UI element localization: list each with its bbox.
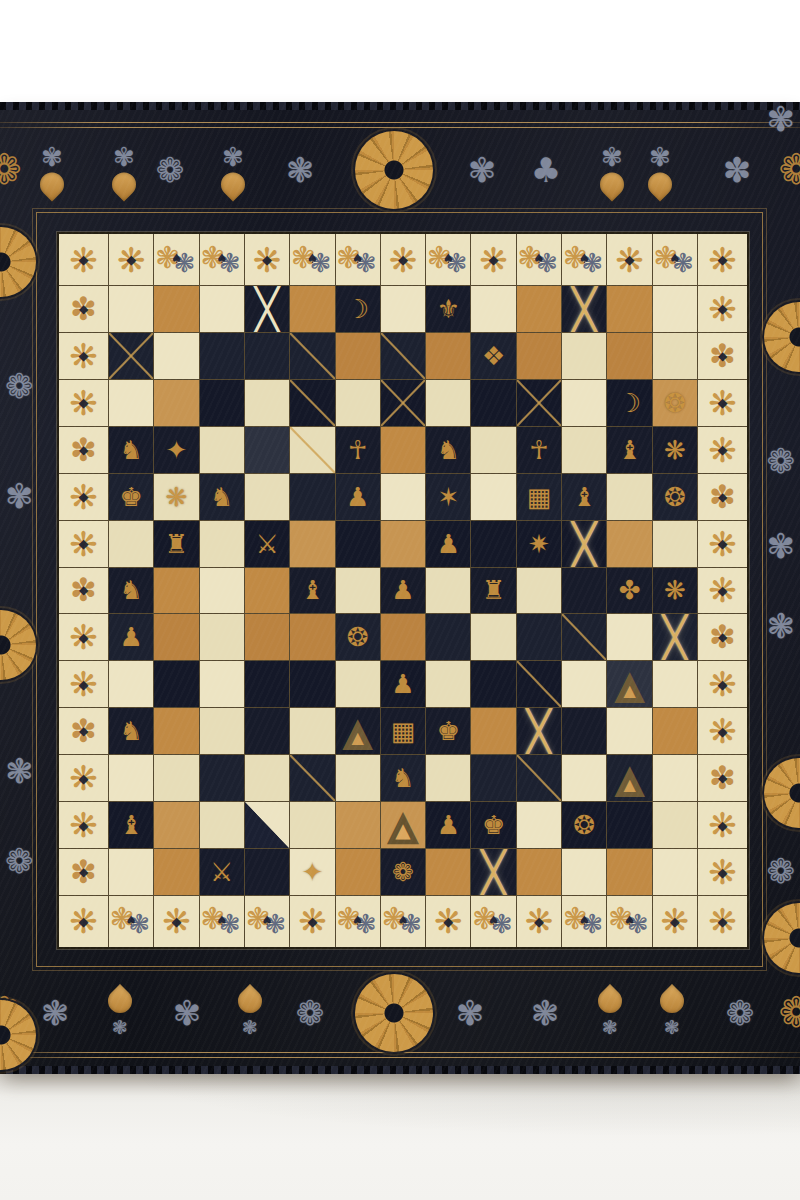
cell-motif-glyph: ♞ <box>119 577 142 603</box>
board-cell-r7c4 <box>245 568 289 614</box>
tile-motif-glyph: ◆ <box>718 772 727 784</box>
cell-motif-glyph: ╳ <box>663 617 687 657</box>
tile-motif-glyph: ◆ <box>79 349 89 362</box>
silver-motif-glyph: ❁ <box>767 854 796 888</box>
border-tile-top-9: ❃❃♠ <box>426 234 470 285</box>
silver-motif-glyph: ✾ <box>173 996 202 1030</box>
board-cell-r7c2 <box>154 568 198 614</box>
board-cell-r11c11 <box>562 755 606 801</box>
board-cell-r9c12: ▲▲ <box>607 661 651 707</box>
tile-motif-glyph: ♠ <box>307 252 319 265</box>
board-cell-r5c3: ♞ <box>200 474 244 520</box>
border-tile-bottom-5: ❃❃♠ <box>245 896 289 947</box>
cell-motif-glyph: ⚔ <box>210 859 233 885</box>
tile-motif-glyph: ♠ <box>261 914 273 927</box>
ornament-rosette <box>355 131 433 209</box>
tile-motif-glyph: ◆ <box>625 253 635 266</box>
silver-spray-glyph: ✾ <box>601 144 623 170</box>
tile-motif-glyph: ♠ <box>216 914 228 927</box>
board-cell-r3c1 <box>109 380 153 426</box>
tile-motif-glyph: ◆ <box>443 915 453 928</box>
board-cell-r10c7: ▦ <box>381 708 425 754</box>
silver-motif-glyph: ✾ <box>767 529 796 563</box>
board-cell-r1c12 <box>607 286 651 332</box>
gold-teardrop-shape <box>103 984 137 1018</box>
border-tile-right-13: ❋◆ <box>698 849 747 895</box>
tile-motif-glyph: ◆ <box>79 725 88 737</box>
board-cell-r12c9: ♚ <box>471 802 515 848</box>
ornament-drop: ❃ <box>598 989 622 1037</box>
cell-motif-glyph: ♞ <box>119 718 142 744</box>
silver-motif-glyph: ♣ <box>531 153 561 187</box>
silver-motif-glyph: ❃ <box>767 609 796 643</box>
board-cell-r9c9 <box>471 661 515 707</box>
ornament-silver: ♣ <box>531 153 561 187</box>
cell-motif-glyph: ♞ <box>119 437 142 463</box>
board-cell-r2c13 <box>653 333 697 379</box>
ornament-rosette <box>0 610 36 680</box>
board-cell-r7c3 <box>200 568 244 614</box>
board-cell-r12c4 <box>245 802 289 848</box>
cell-motif-glyph: ♚ <box>482 812 505 838</box>
border-tile-bottom-6: ❋◆ <box>290 896 334 947</box>
board-cell-r1c9 <box>471 286 515 332</box>
board-cell-r13c7: ❁ <box>381 849 425 895</box>
tile-motif-glyph: ◆ <box>718 302 728 315</box>
board-cell-r12c11: ❂ <box>562 802 606 848</box>
board-cell-r4c10: ☥ <box>517 427 561 473</box>
board-cell-r9c13 <box>653 661 697 707</box>
board-cell-r6c11: ╳ <box>562 521 606 567</box>
tile-motif-glyph: ♠ <box>352 914 364 927</box>
board-cell-r7c7: ♟ <box>381 568 425 614</box>
tile-motif-glyph: ◆ <box>307 915 317 928</box>
board-cell-r12c13 <box>653 802 697 848</box>
board-cell-r1c11: ╳ <box>562 286 606 332</box>
triangle-highlight: ▲ <box>352 730 364 746</box>
board-cell-r12c2 <box>154 802 198 848</box>
board-cell-r5c8: ✶ <box>426 474 470 520</box>
border-tile-top-1: ❋◆ <box>59 234 108 285</box>
board-cell-r7c1: ♞ <box>109 568 153 614</box>
border-tile-bottom-2: ❃❃♠ <box>109 896 153 947</box>
border-tile-right-6: ❋◆ <box>698 521 747 567</box>
ornament-rosette <box>764 758 800 828</box>
board-cell-r4c11 <box>562 427 606 473</box>
tile-motif-glyph: ◆ <box>718 396 728 409</box>
tile-motif-glyph: ◆ <box>79 537 89 550</box>
fabric-ruffle-top <box>0 102 800 110</box>
cell-motif-glyph: ♝ <box>119 812 142 838</box>
border-tile-bottom-12: ❃❃♠ <box>562 896 606 947</box>
tile-motif-glyph: ◆ <box>79 915 89 928</box>
board-cell-r2c2 <box>154 333 198 379</box>
silver-motif-glyph: ❁ <box>296 996 325 1030</box>
board-cell-r13c8 <box>426 849 470 895</box>
border-tile-top-4: ❃❃♠ <box>200 234 244 285</box>
tile-motif-glyph: ♠ <box>488 914 500 927</box>
board-cell-r11c7: ♞ <box>381 755 425 801</box>
board-cell-r7c12: ✤ <box>607 568 651 614</box>
tile-motif-glyph: ◆ <box>534 915 544 928</box>
board-cell-r10c10: ╳ <box>517 708 561 754</box>
board-cell-r5c11: ♝ <box>562 474 606 520</box>
tile-motif-glyph: ◆ <box>79 396 89 409</box>
tile-motif-glyph: ♠ <box>533 252 545 265</box>
tile-motif-glyph: ♠ <box>669 252 681 265</box>
board-cell-r4c13: ❋ <box>653 427 697 473</box>
board-cell-r2c3 <box>200 333 244 379</box>
ornament-rosette <box>0 227 36 297</box>
tile-motif-glyph: ◆ <box>489 253 499 266</box>
board-cell-r3c7 <box>381 380 425 426</box>
border-tile-bottom-13: ❃❃♠ <box>607 896 651 947</box>
board-cell-r1c2 <box>154 286 198 332</box>
board-cell-r7c5: ♝ <box>290 568 334 614</box>
cell-motif-glyph: ♝ <box>573 484 596 510</box>
board-cell-r8c11 <box>562 614 606 660</box>
board-cell-r13c5: ✦ <box>290 849 334 895</box>
cell-motif-glyph: ❂ <box>573 812 595 838</box>
tile-motif-glyph: ◆ <box>126 253 136 266</box>
border-tile-left-1: ✽◆ <box>59 286 108 332</box>
silver-motif-glyph: ❁ <box>726 996 755 1030</box>
board-cell-r1c7 <box>381 286 425 332</box>
board-cell-r12c5 <box>290 802 334 848</box>
board-cell-r3c5 <box>290 380 334 426</box>
triangle-highlight: ▲ <box>623 777 635 793</box>
board-cell-r6c7 <box>381 521 425 567</box>
triangle-highlight: ▲ <box>623 683 635 699</box>
ornament-rosette <box>355 974 433 1052</box>
ornament-margin-right: ✾❁✾❃❁ <box>754 102 800 1074</box>
cell-motif-glyph: ❋ <box>664 437 686 463</box>
border-tile-right-1: ❋◆ <box>698 286 747 332</box>
board-cell-r6c6 <box>336 521 380 567</box>
board-cell-r3c12: ☽ <box>607 380 651 426</box>
gold-acorn-shape <box>643 168 677 202</box>
tile-motif-glyph: ◆ <box>718 678 728 691</box>
board-cell-r4c1: ♞ <box>109 427 153 473</box>
board-cell-r9c6 <box>336 661 380 707</box>
board-cell-r1c1 <box>109 286 153 332</box>
cell-motif-glyph: ♟ <box>437 531 460 557</box>
border-tile-left-13: ✽◆ <box>59 849 108 895</box>
board-cell-r8c9 <box>471 614 515 660</box>
border-tile-left-8: ❋◆ <box>59 614 108 660</box>
game-board: ❋◆❋◆❃❃♠❃❃♠❋◆❃❃♠❃❃♠❋◆❃❃♠❋◆❃❃♠❃❃♠❋◆❃❃♠❋◆✽◆… <box>57 232 749 949</box>
cell-motif-glyph: ♞ <box>210 484 233 510</box>
board-cell-r11c1 <box>109 755 153 801</box>
silver-motif-glyph: ✽ <box>723 153 752 187</box>
ornament-silver: ❃ <box>531 996 560 1030</box>
board-cell-r9c10 <box>517 661 561 707</box>
tile-motif-glyph: ◆ <box>79 490 89 503</box>
cell-motif-glyph: ♟ <box>119 624 142 650</box>
cell-motif-glyph: ❂ <box>664 484 686 510</box>
board-cell-r5c10: ▦ <box>517 474 561 520</box>
board-cell-r13c9: ╳ <box>471 849 515 895</box>
cell-motif-glyph: ⚜ <box>437 296 460 322</box>
cell-motif-glyph: ♜ <box>165 531 188 557</box>
cell-motif-glyph: ❋ <box>664 577 686 603</box>
board-cell-r11c5 <box>290 755 334 801</box>
board-cell-r10c12 <box>607 708 651 754</box>
ornament-rosette <box>0 1000 36 1070</box>
board-cell-r3c13: ❂ <box>653 380 697 426</box>
board-cell-r8c10 <box>517 614 561 660</box>
border-tile-left-6: ❋◆ <box>59 521 108 567</box>
cell-motif-glyph: ☥ <box>348 437 367 463</box>
silver-base-glyph: ❃ <box>664 1018 680 1037</box>
tile-motif-glyph: ◆ <box>79 866 88 878</box>
border-tile-left-10: ✽◆ <box>59 708 108 754</box>
tile-motif-glyph: ◆ <box>718 537 728 550</box>
board-cell-r2c5 <box>290 333 334 379</box>
ornament-rosette <box>764 903 800 973</box>
board-cell-r3c6 <box>336 380 380 426</box>
cell-motif-glyph: ▦ <box>391 718 416 744</box>
border-tile-bottom-8: ❃❃♠ <box>381 896 425 947</box>
cell-motif-glyph: ╳ <box>527 711 551 751</box>
gold-teardrop-shape <box>593 984 627 1018</box>
board-cell-r10c3 <box>200 708 244 754</box>
board-cell-r7c6 <box>336 568 380 614</box>
ornament-silver: ❁ <box>726 996 755 1030</box>
board-cell-r11c9 <box>471 755 515 801</box>
border-tile-left-3: ❋◆ <box>59 380 108 426</box>
tile-motif-glyph: ♠ <box>352 252 364 265</box>
gold-teardrop-shape <box>233 984 267 1018</box>
board-cell-r9c2 <box>154 661 198 707</box>
board-cell-r10c11 <box>562 708 606 754</box>
cell-motif-glyph: ♟ <box>346 484 369 510</box>
board-cell-r13c6 <box>336 849 380 895</box>
silver-motif-glyph: ❁ <box>5 369 34 403</box>
gold-acorn-shape <box>216 168 250 202</box>
border-tile-left-11: ❋◆ <box>59 755 108 801</box>
board-cell-r10c2 <box>154 708 198 754</box>
cell-motif-glyph: ╳ <box>572 289 596 329</box>
board-cell-r11c10 <box>517 755 561 801</box>
board-cell-r6c12 <box>607 521 651 567</box>
board-cell-r2c7 <box>381 333 425 379</box>
board-cell-r10c1: ♞ <box>109 708 153 754</box>
ornament-rosette <box>764 302 800 372</box>
board-cell-r5c2: ❋ <box>154 474 198 520</box>
border-tile-right-4: ❋◆ <box>698 427 747 473</box>
board-cell-r2c11 <box>562 333 606 379</box>
tile-motif-glyph: ◆ <box>670 915 680 928</box>
tile-motif-glyph: ◆ <box>718 725 728 738</box>
tile-motif-glyph: ♠ <box>216 252 228 265</box>
board-cell-r4c2: ✦ <box>154 427 198 473</box>
ornament-drop: ❃ <box>108 989 132 1037</box>
silver-motif-glyph: ❁ <box>156 153 185 187</box>
border-tile-bottom-7: ❃❃♠ <box>336 896 380 947</box>
board-cell-r13c1 <box>109 849 153 895</box>
silver-motif-glyph: ❁ <box>5 844 34 878</box>
border-tile-left-12: ❋◆ <box>59 802 108 848</box>
ornament-cluster: ✾ <box>600 144 624 197</box>
border-tile-right-11: ✽◆ <box>698 755 747 801</box>
board-cell-r4c8: ♞ <box>426 427 470 473</box>
border-tile-left-2: ❋◆ <box>59 333 108 379</box>
gold-acorn-shape <box>595 168 629 202</box>
cell-motif-glyph: ❂ <box>664 390 686 416</box>
board-cell-r13c11 <box>562 849 606 895</box>
border-tile-right-7: ❋◆ <box>698 568 747 614</box>
silver-motif-glyph: ❃ <box>5 754 34 788</box>
tile-motif-glyph: ◆ <box>718 915 728 928</box>
border-tile-top-2: ❋◆ <box>109 234 153 285</box>
board-cell-r5c5 <box>290 474 334 520</box>
board-cell-r6c3 <box>200 521 244 567</box>
board-cell-r4c4 <box>245 427 289 473</box>
silver-motif-glyph: ✾ <box>767 102 796 136</box>
ornament-silver: ✽ <box>723 153 752 187</box>
border-tile-bottom-11: ❋◆ <box>517 896 561 947</box>
fabric-ruffle-bottom <box>0 1066 800 1074</box>
board-cell-r6c8: ♟ <box>426 521 470 567</box>
silver-motif-glyph: ❃ <box>286 153 315 187</box>
board-cell-r1c8: ⚜ <box>426 286 470 332</box>
board-cell-r3c10 <box>517 380 561 426</box>
cell-motif-glyph: ╳ <box>572 524 596 564</box>
board-cell-r5c1: ♚ <box>109 474 153 520</box>
board-cell-r2c8 <box>426 333 470 379</box>
board-cell-r7c8 <box>426 568 470 614</box>
silver-base-glyph: ❃ <box>112 1018 128 1037</box>
border-tile-right-8: ✽◆ <box>698 614 747 660</box>
board-cell-r1c6: ☽ <box>336 286 380 332</box>
cell-motif-glyph: ❁ <box>392 859 414 885</box>
silver-spray-glyph: ✾ <box>649 144 671 170</box>
pyramid-highlight: ▲ <box>395 820 410 840</box>
board-cell-r12c10 <box>517 802 561 848</box>
cell-motif-glyph: ❖ <box>482 343 505 369</box>
board-cell-r11c2 <box>154 755 198 801</box>
cell-motif-glyph: ✷ <box>528 531 550 557</box>
tile-motif-glyph: ◆ <box>79 772 89 785</box>
cell-motif-glyph: ☽ <box>346 296 369 322</box>
cell-motif-glyph: ♞ <box>391 765 414 791</box>
chessboard-textile: ❁✾✾❁✾❃✾♣✾✾✽❁ ❁❃❃✾❃❁✾❃❃❃❁❁ ❁✾❃❁ ✾❁✾❃❁ ❋◆❋… <box>0 102 800 1074</box>
board-cell-r9c1 <box>109 661 153 707</box>
cell-motif-glyph: ♚ <box>119 484 142 510</box>
cell-motif-glyph: ♟ <box>391 577 414 603</box>
cell-motif-glyph: ☽ <box>618 390 641 416</box>
border-tile-right-3: ❋◆ <box>698 380 747 426</box>
tile-motif-glyph: ♠ <box>171 252 183 265</box>
border-tile-top-12: ❃❃♠ <box>562 234 606 285</box>
border-tile-bottom-4: ❃❃♠ <box>200 896 244 947</box>
cell-motif-glyph: ♞ <box>437 437 460 463</box>
board-cell-r8c13: ╳ <box>653 614 697 660</box>
board-cell-r1c5 <box>290 286 334 332</box>
board-cell-r12c1: ♝ <box>109 802 153 848</box>
board-cell-r3c11 <box>562 380 606 426</box>
board-cell-r2c9: ❖ <box>471 333 515 379</box>
tile-motif-glyph: ◆ <box>718 443 728 456</box>
tile-motif-glyph: ◆ <box>79 631 89 644</box>
tile-motif-glyph: ♠ <box>442 252 454 265</box>
border-tile-top-13: ❋◆ <box>607 234 651 285</box>
board-cell-r3c3 <box>200 380 244 426</box>
board-cell-r6c9 <box>471 521 515 567</box>
border-tile-top-6: ❃❃♠ <box>290 234 334 285</box>
border-tile-top-11: ❃❃♠ <box>517 234 561 285</box>
ornament-margin-left: ❁✾❃❁ <box>0 102 46 1074</box>
tile-motif-glyph: ◆ <box>718 253 728 266</box>
board-cell-r8c4 <box>245 614 289 660</box>
board-cell-r5c12 <box>607 474 651 520</box>
border-tile-top-8: ❋◆ <box>381 234 425 285</box>
cell-motif-glyph: ♝ <box>301 577 324 603</box>
ornament-silver: ✾ <box>468 153 497 187</box>
board-cell-r11c12: ▲▲ <box>607 755 651 801</box>
board-cell-r7c11 <box>562 568 606 614</box>
board-cell-r5c9 <box>471 474 515 520</box>
border-tile-bottom-10: ❃❃♠ <box>471 896 515 947</box>
board-cell-r13c3: ⚔ <box>200 849 244 895</box>
board-cell-r4c5 <box>290 427 334 473</box>
board-cell-r2c12 <box>607 333 651 379</box>
tile-motif-glyph: ♠ <box>578 914 590 927</box>
board-cell-r13c4 <box>245 849 289 895</box>
tile-motif-glyph: ◆ <box>718 350 727 362</box>
border-tile-right-9: ❋◆ <box>698 661 747 707</box>
border-tile-left-5: ❋◆ <box>59 474 108 520</box>
board-cell-r5c13: ❂ <box>653 474 697 520</box>
board-cell-r3c4 <box>245 380 289 426</box>
board-cell-r11c3 <box>200 755 244 801</box>
board-cell-r10c13 <box>653 708 697 754</box>
board-cell-r4c12: ♝ <box>607 427 651 473</box>
board-cell-r4c3 <box>200 427 244 473</box>
tile-motif-glyph: ◆ <box>718 631 727 643</box>
board-cell-r8c12 <box>607 614 651 660</box>
border-tile-top-3: ❃❃♠ <box>154 234 198 285</box>
cell-motif-glyph: ♝ <box>618 437 641 463</box>
board-cell-r5c4 <box>245 474 289 520</box>
tile-motif-glyph: ◆ <box>718 584 728 597</box>
gold-hairline-top-1 <box>0 122 800 123</box>
board-cell-r12c6 <box>336 802 380 848</box>
cell-motif-glyph: ✦ <box>166 437 188 463</box>
border-tile-top-15: ❋◆ <box>698 234 747 285</box>
board-cell-r8c1: ♟ <box>109 614 153 660</box>
cell-motif-glyph: ╳ <box>255 289 279 329</box>
silver-spray-glyph: ✾ <box>222 144 244 170</box>
board-cell-r9c7: ♟ <box>381 661 425 707</box>
board-cell-r13c10 <box>517 849 561 895</box>
tile-motif-glyph: ♠ <box>397 914 409 927</box>
cell-motif-glyph: ✤ <box>619 577 641 603</box>
board-cell-r13c13 <box>653 849 697 895</box>
board-cell-r8c5 <box>290 614 334 660</box>
tile-motif-glyph: ◆ <box>79 678 89 691</box>
board-cell-r6c13 <box>653 521 697 567</box>
silver-base-glyph: ❃ <box>242 1018 258 1037</box>
ornament-silver: ❁ <box>156 153 185 187</box>
tile-motif-glyph: ♠ <box>125 914 137 927</box>
board-cell-r1c3 <box>200 286 244 332</box>
board-cell-r13c2 <box>154 849 198 895</box>
border-tile-bottom-1: ❋◆ <box>59 896 108 947</box>
border-tile-bottom-3: ❋◆ <box>154 896 198 947</box>
board-cell-r2c6 <box>336 333 380 379</box>
